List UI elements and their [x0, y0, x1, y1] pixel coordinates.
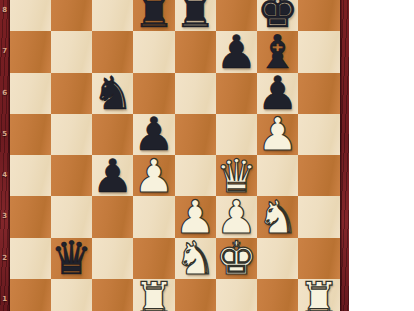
board-grid: ♜♜♚♟♝♞♟♟♟♟♟♛♟♟♞♛♞♚♜♜	[10, 0, 340, 311]
square-d3[interactable]	[133, 196, 174, 237]
square-a3[interactable]	[10, 196, 51, 237]
piece-white-rook-h1[interactable]: ♜	[298, 279, 339, 311]
square-a1[interactable]	[10, 279, 51, 311]
square-e5[interactable]	[175, 114, 216, 155]
piece-white-pawn-g5[interactable]: ♟	[257, 114, 298, 155]
piece-white-knight-g3[interactable]: ♞	[257, 196, 298, 237]
square-c8[interactable]	[92, 0, 133, 31]
square-d4[interactable]: ♟	[133, 155, 174, 196]
rank-label-8: 8	[0, 0, 10, 31]
rank-label-4: 4	[0, 155, 10, 196]
square-f6[interactable]	[216, 73, 257, 114]
square-e1[interactable]	[175, 279, 216, 311]
square-e2[interactable]: ♞	[175, 238, 216, 279]
piece-black-pawn-c4[interactable]: ♟	[92, 155, 133, 196]
piece-black-pawn-f7[interactable]: ♟	[216, 31, 257, 72]
square-f7[interactable]: ♟	[216, 31, 257, 72]
square-d7[interactable]	[133, 31, 174, 72]
chess-diagram: 87654321 ♜♜♚♟♝♞♟♟♟♟♟♛♟♟♞♛♞♚♜♜	[0, 0, 414, 311]
piece-black-rook-d8[interactable]: ♜	[133, 0, 174, 31]
board-frame-left: 87654321	[0, 0, 10, 311]
square-c4[interactable]: ♟	[92, 155, 133, 196]
square-a7[interactable]	[10, 31, 51, 72]
board-frame-right	[340, 0, 350, 311]
square-b6[interactable]	[51, 73, 92, 114]
rank-label-7: 7	[0, 31, 10, 72]
square-d8[interactable]: ♜	[133, 0, 174, 31]
square-a5[interactable]	[10, 114, 51, 155]
square-c6[interactable]: ♞	[92, 73, 133, 114]
piece-black-queen-b2[interactable]: ♛	[51, 238, 92, 279]
square-c3[interactable]	[92, 196, 133, 237]
square-e7[interactable]	[175, 31, 216, 72]
rank-labels: 87654321	[0, 0, 10, 311]
square-b7[interactable]	[51, 31, 92, 72]
square-h3[interactable]	[298, 196, 339, 237]
rank-label-1: 1	[0, 279, 10, 311]
square-h5[interactable]	[298, 114, 339, 155]
square-c2[interactable]	[92, 238, 133, 279]
square-g2[interactable]	[257, 238, 298, 279]
rank-label-3: 3	[0, 196, 10, 237]
square-h8[interactable]	[298, 0, 339, 31]
piece-white-rook-d1[interactable]: ♜	[133, 279, 174, 311]
square-a2[interactable]	[10, 238, 51, 279]
rank-label-5: 5	[0, 114, 10, 155]
square-h6[interactable]	[298, 73, 339, 114]
square-h1[interactable]: ♜	[298, 279, 339, 311]
square-f1[interactable]	[216, 279, 257, 311]
square-g1[interactable]	[257, 279, 298, 311]
square-b5[interactable]	[51, 114, 92, 155]
piece-white-knight-e2[interactable]: ♞	[175, 238, 216, 279]
square-h7[interactable]	[298, 31, 339, 72]
square-g3[interactable]: ♞	[257, 196, 298, 237]
square-e6[interactable]	[175, 73, 216, 114]
square-f2[interactable]: ♚	[216, 238, 257, 279]
square-a6[interactable]	[10, 73, 51, 114]
square-b4[interactable]	[51, 155, 92, 196]
square-e8[interactable]: ♜	[175, 0, 216, 31]
square-g5[interactable]: ♟	[257, 114, 298, 155]
piece-black-knight-c6[interactable]: ♞	[92, 73, 133, 114]
square-b8[interactable]	[51, 0, 92, 31]
square-a8[interactable]	[10, 0, 51, 31]
square-c1[interactable]	[92, 279, 133, 311]
rank-label-2: 2	[0, 238, 10, 279]
square-h4[interactable]	[298, 155, 339, 196]
piece-black-rook-e8[interactable]: ♜	[175, 0, 216, 31]
square-a4[interactable]	[10, 155, 51, 196]
rank-label-6: 6	[0, 73, 10, 114]
square-b1[interactable]	[51, 279, 92, 311]
square-b2[interactable]: ♛	[51, 238, 92, 279]
chess-board: 87654321 ♜♜♚♟♝♞♟♟♟♟♟♛♟♟♞♛♞♚♜♜	[0, 0, 349, 311]
piece-white-king-f2[interactable]: ♚	[216, 238, 257, 279]
square-d1[interactable]: ♜	[133, 279, 174, 311]
piece-white-pawn-d4[interactable]: ♟	[133, 155, 174, 196]
